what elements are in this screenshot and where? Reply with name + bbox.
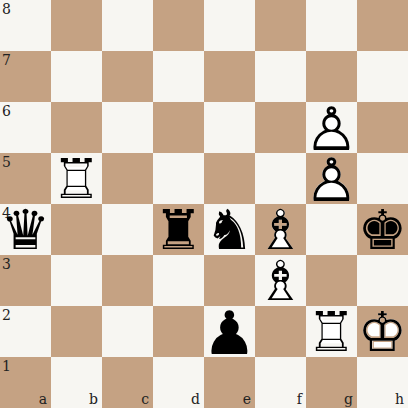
piece-outline: ♔ — [357, 307, 408, 358]
white-bishop-f3[interactable]: ♝♗ — [255, 255, 306, 306]
square-e5[interactable] — [204, 153, 255, 204]
square-a8[interactable]: 8 — [0, 0, 51, 51]
rank-label-2: 2 — [2, 308, 11, 322]
square-d4[interactable]: ♜ — [153, 204, 204, 255]
square-b5[interactable]: ♜♖ — [51, 153, 102, 204]
square-f6[interactable] — [255, 102, 306, 153]
piece-glyph: ♞ — [204, 205, 255, 256]
square-e7[interactable] — [204, 51, 255, 102]
rank-label-5: 5 — [2, 155, 11, 169]
square-e8[interactable] — [204, 0, 255, 51]
square-c1[interactable]: c — [102, 357, 153, 408]
square-e6[interactable] — [204, 102, 255, 153]
square-e2[interactable]: ♟ — [204, 306, 255, 357]
white-rook-g2[interactable]: ♜♖ — [306, 306, 357, 357]
square-f1[interactable]: f — [255, 357, 306, 408]
square-e4[interactable]: ♞ — [204, 204, 255, 255]
black-pawn-e2[interactable]: ♟ — [204, 306, 255, 357]
square-h1[interactable]: h — [357, 357, 408, 408]
square-h5[interactable] — [357, 153, 408, 204]
square-c5[interactable] — [102, 153, 153, 204]
square-h2[interactable]: ♚♔ — [357, 306, 408, 357]
square-c7[interactable] — [102, 51, 153, 102]
square-b6[interactable] — [51, 102, 102, 153]
black-rook-d4[interactable]: ♜ — [153, 204, 204, 255]
square-d5[interactable] — [153, 153, 204, 204]
square-c6[interactable] — [102, 102, 153, 153]
square-b1[interactable]: b — [51, 357, 102, 408]
square-a7[interactable]: 7 — [0, 51, 51, 102]
square-h6[interactable] — [357, 102, 408, 153]
square-g2[interactable]: ♜♖ — [306, 306, 357, 357]
piece-outline: ♗ — [255, 256, 306, 307]
square-a1[interactable]: 1a — [0, 357, 51, 408]
square-h8[interactable] — [357, 0, 408, 51]
file-label-d: d — [191, 392, 200, 406]
white-king-h2[interactable]: ♚♔ — [357, 306, 408, 357]
square-d2[interactable] — [153, 306, 204, 357]
square-a3[interactable]: 3 — [0, 255, 51, 306]
square-f8[interactable] — [255, 0, 306, 51]
square-h3[interactable] — [357, 255, 408, 306]
piece-glyph: ♚ — [357, 205, 408, 256]
piece-glyph: ♜ — [153, 205, 204, 256]
square-f5[interactable] — [255, 153, 306, 204]
square-c8[interactable] — [102, 0, 153, 51]
square-d8[interactable] — [153, 0, 204, 51]
square-b7[interactable] — [51, 51, 102, 102]
white-pawn-g5[interactable]: ♟♙ — [306, 153, 357, 204]
square-c4[interactable] — [102, 204, 153, 255]
square-g1[interactable]: g — [306, 357, 357, 408]
rank-label-1: 1 — [2, 359, 11, 373]
square-d1[interactable]: d — [153, 357, 204, 408]
square-b3[interactable] — [51, 255, 102, 306]
square-d6[interactable] — [153, 102, 204, 153]
file-label-a: a — [39, 392, 47, 406]
square-d7[interactable] — [153, 51, 204, 102]
file-label-b: b — [89, 392, 98, 406]
file-label-g: g — [344, 392, 353, 406]
square-b2[interactable] — [51, 306, 102, 357]
file-label-c: c — [141, 392, 149, 406]
square-b8[interactable] — [51, 0, 102, 51]
square-a4[interactable]: 4♛ — [0, 204, 51, 255]
square-a5[interactable]: 5 — [0, 153, 51, 204]
black-knight-e4[interactable]: ♞ — [204, 204, 255, 255]
square-f3[interactable]: ♝♗ — [255, 255, 306, 306]
square-a6[interactable]: 6 — [0, 102, 51, 153]
rank-label-6: 6 — [2, 104, 11, 118]
file-label-h: h — [395, 392, 404, 406]
square-a2[interactable]: 2 — [0, 306, 51, 357]
piece-outline: ♖ — [306, 307, 357, 358]
piece-outline: ♙ — [306, 154, 357, 205]
square-g8[interactable] — [306, 0, 357, 51]
square-c3[interactable] — [102, 255, 153, 306]
piece-outline: ♖ — [51, 154, 102, 205]
rank-label-7: 7 — [2, 53, 11, 67]
square-f2[interactable] — [255, 306, 306, 357]
chess-board: 876♟♙5♜♖♟♙4♛♜♞♝♗♚3♝♗2♟♜♖♚♔1abcdefgh — [0, 0, 408, 408]
square-g5[interactable]: ♟♙ — [306, 153, 357, 204]
square-h7[interactable] — [357, 51, 408, 102]
rank-label-8: 8 — [2, 2, 11, 16]
white-rook-b5[interactable]: ♜♖ — [51, 153, 102, 204]
file-label-e: e — [243, 392, 251, 406]
black-king-h4[interactable]: ♚ — [357, 204, 408, 255]
square-c2[interactable] — [102, 306, 153, 357]
piece-glyph: ♛ — [0, 205, 51, 256]
square-f7[interactable] — [255, 51, 306, 102]
file-label-f: f — [297, 392, 302, 406]
white-bishop-f4[interactable]: ♝♗ — [255, 204, 306, 255]
piece-glyph: ♟ — [204, 307, 255, 358]
square-h4[interactable]: ♚ — [357, 204, 408, 255]
black-queen-a4[interactable]: ♛ — [0, 204, 51, 255]
square-b4[interactable] — [51, 204, 102, 255]
square-g3[interactable] — [306, 255, 357, 306]
square-d3[interactable] — [153, 255, 204, 306]
square-f4[interactable]: ♝♗ — [255, 204, 306, 255]
